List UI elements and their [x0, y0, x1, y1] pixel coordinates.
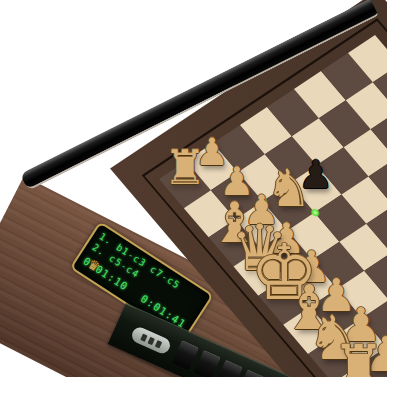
- pieces-layer: ♟♜♟♟♞♟♝♟♛♟♚♟♝♟♞♟♜: [0, 0, 400, 400]
- piece-white-R-a1[interactable]: ♜: [163, 143, 206, 191]
- photo-crop-bottom: [0, 377, 400, 400]
- photo-crop-right: [387, 0, 400, 400]
